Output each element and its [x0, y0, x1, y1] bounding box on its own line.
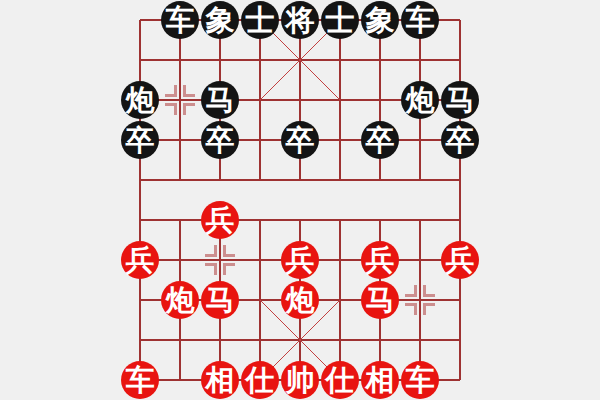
piece-black-elephant[interactable]: 象 — [361, 1, 399, 39]
piece-red-soldier[interactable]: 兵 — [441, 241, 479, 279]
piece-red-advisor[interactable]: 仕 — [321, 361, 359, 399]
marker-corner-bracket — [165, 103, 177, 115]
piece-red-soldier[interactable]: 兵 — [361, 241, 399, 279]
piece-red-cannon[interactable]: 炮 — [281, 281, 319, 319]
piece-black-soldier[interactable]: 卒 — [201, 121, 239, 159]
piece-black-soldier[interactable]: 卒 — [361, 121, 399, 159]
piece-black-cannon[interactable]: 炮 — [121, 81, 159, 119]
piece-red-soldier[interactable]: 兵 — [281, 241, 319, 279]
last-move-from-marker — [165, 85, 195, 115]
piece-red-chariot[interactable]: 车 — [121, 361, 159, 399]
piece-black-soldier[interactable]: 卒 — [441, 121, 479, 159]
piece-black-soldier[interactable]: 卒 — [121, 121, 159, 159]
piece-black-soldier[interactable]: 卒 — [281, 121, 319, 159]
marker-corner-bracket — [183, 103, 195, 115]
piece-red-soldier[interactable]: 兵 — [121, 241, 159, 279]
piece-red-horse[interactable]: 马 — [361, 281, 399, 319]
piece-black-cannon[interactable]: 炮 — [401, 81, 439, 119]
piece-red-advisor[interactable]: 仕 — [241, 361, 279, 399]
piece-black-general[interactable]: 将 — [281, 1, 319, 39]
board-grid — [0, 0, 600, 400]
piece-black-chariot[interactable]: 车 — [401, 1, 439, 39]
piece-red-soldier[interactable]: 兵 — [201, 201, 239, 239]
piece-red-general[interactable]: 帅 — [281, 361, 319, 399]
piece-black-horse[interactable]: 马 — [441, 81, 479, 119]
piece-red-elephant[interactable]: 相 — [201, 361, 239, 399]
marker-corner-bracket — [423, 285, 435, 297]
marker-corner-bracket — [205, 245, 217, 257]
marker-corner-bracket — [223, 263, 235, 275]
piece-black-horse[interactable]: 马 — [201, 81, 239, 119]
piece-black-advisor[interactable]: 士 — [241, 1, 279, 39]
piece-red-horse[interactable]: 马 — [201, 281, 239, 319]
marker-corner-bracket — [423, 303, 435, 315]
marker-corner-bracket — [165, 85, 177, 97]
last-move-from-marker — [205, 245, 235, 275]
piece-red-cannon[interactable]: 炮 — [161, 281, 199, 319]
marker-corner-bracket — [405, 303, 417, 315]
piece-black-advisor[interactable]: 士 — [321, 1, 359, 39]
piece-black-elephant[interactable]: 象 — [201, 1, 239, 39]
piece-red-chariot[interactable]: 车 — [401, 361, 439, 399]
marker-corner-bracket — [205, 263, 217, 275]
piece-red-elephant[interactable]: 相 — [361, 361, 399, 399]
marker-corner-bracket — [405, 285, 417, 297]
last-move-from-marker — [405, 285, 435, 315]
marker-corner-bracket — [223, 245, 235, 257]
piece-black-chariot[interactable]: 车 — [161, 1, 199, 39]
xiangqi-board[interactable]: 车象士将士象车炮马炮马卒卒卒卒卒兵兵兵兵兵炮马炮马车相仕帅仕相车 — [0, 0, 600, 400]
marker-corner-bracket — [183, 85, 195, 97]
